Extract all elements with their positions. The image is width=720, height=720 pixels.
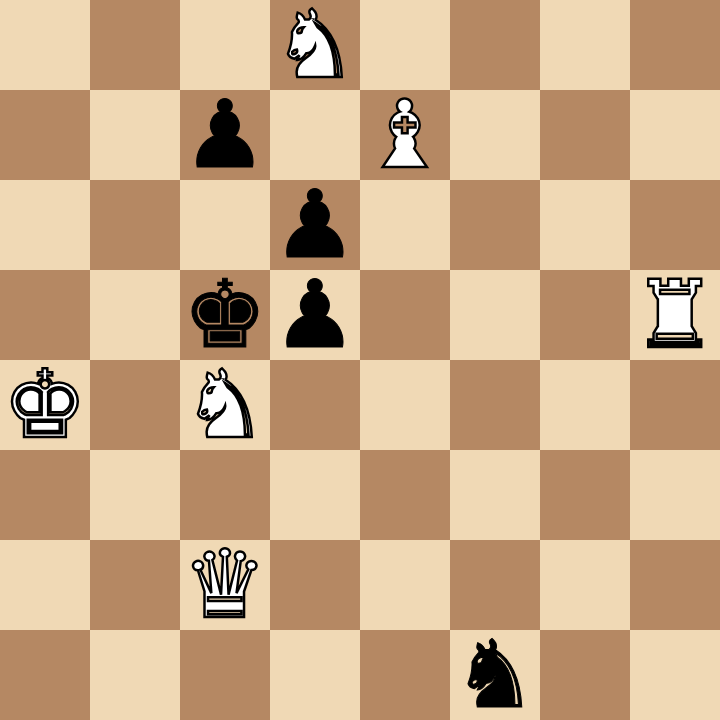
square-e3[interactable] [360, 450, 450, 540]
square-f3[interactable] [450, 450, 540, 540]
white-knight[interactable]: ♞ [183, 358, 267, 452]
square-c5[interactable]: ♚ [180, 270, 270, 360]
square-b4[interactable] [90, 360, 180, 450]
black-pawn[interactable]: ♟ [273, 268, 357, 362]
square-c3[interactable] [180, 450, 270, 540]
black-pawn[interactable]: ♟ [273, 178, 357, 272]
square-h1[interactable] [630, 630, 720, 720]
square-c2[interactable]: ♛ [180, 540, 270, 630]
square-g2[interactable] [540, 540, 630, 630]
square-d2[interactable] [270, 540, 360, 630]
square-c7[interactable]: ♟ [180, 90, 270, 180]
square-g6[interactable] [540, 180, 630, 270]
square-e7[interactable]: ♝ [360, 90, 450, 180]
square-a2[interactable] [0, 540, 90, 630]
square-e5[interactable] [360, 270, 450, 360]
square-f1[interactable]: ♞ [450, 630, 540, 720]
square-e2[interactable] [360, 540, 450, 630]
square-d5[interactable]: ♟ [270, 270, 360, 360]
square-a1[interactable] [0, 630, 90, 720]
chess-board: ♞♟♝♟♚♟♜♚♞♛♞ [0, 0, 720, 720]
square-g5[interactable] [540, 270, 630, 360]
square-d1[interactable] [270, 630, 360, 720]
square-d6[interactable]: ♟ [270, 180, 360, 270]
square-f5[interactable] [450, 270, 540, 360]
square-g8[interactable] [540, 0, 630, 90]
black-knight[interactable]: ♞ [453, 628, 537, 720]
square-e1[interactable] [360, 630, 450, 720]
white-rook[interactable]: ♜ [633, 268, 717, 362]
square-e8[interactable] [360, 0, 450, 90]
square-b8[interactable] [90, 0, 180, 90]
square-b6[interactable] [90, 180, 180, 270]
square-f2[interactable] [450, 540, 540, 630]
square-c6[interactable] [180, 180, 270, 270]
square-d3[interactable] [270, 450, 360, 540]
square-a7[interactable] [0, 90, 90, 180]
black-pawn[interactable]: ♟ [183, 88, 267, 182]
square-b2[interactable] [90, 540, 180, 630]
square-a4[interactable]: ♚ [0, 360, 90, 450]
square-h3[interactable] [630, 450, 720, 540]
square-h7[interactable] [630, 90, 720, 180]
square-a5[interactable] [0, 270, 90, 360]
square-d7[interactable] [270, 90, 360, 180]
square-a3[interactable] [0, 450, 90, 540]
square-f4[interactable] [450, 360, 540, 450]
black-king[interactable]: ♚ [183, 268, 267, 362]
square-f7[interactable] [450, 90, 540, 180]
square-f6[interactable] [450, 180, 540, 270]
square-b5[interactable] [90, 270, 180, 360]
white-bishop[interactable]: ♝ [363, 88, 447, 182]
square-g1[interactable] [540, 630, 630, 720]
square-c8[interactable] [180, 0, 270, 90]
square-b3[interactable] [90, 450, 180, 540]
square-h4[interactable] [630, 360, 720, 450]
white-queen[interactable]: ♛ [183, 538, 267, 632]
square-a6[interactable] [0, 180, 90, 270]
square-g4[interactable] [540, 360, 630, 450]
square-d4[interactable] [270, 360, 360, 450]
square-f8[interactable] [450, 0, 540, 90]
square-c1[interactable] [180, 630, 270, 720]
square-g7[interactable] [540, 90, 630, 180]
white-knight[interactable]: ♞ [273, 0, 357, 92]
square-d8[interactable]: ♞ [270, 0, 360, 90]
square-b1[interactable] [90, 630, 180, 720]
square-a8[interactable] [0, 0, 90, 90]
square-b7[interactable] [90, 90, 180, 180]
square-e6[interactable] [360, 180, 450, 270]
square-h5[interactable]: ♜ [630, 270, 720, 360]
square-c4[interactable]: ♞ [180, 360, 270, 450]
white-king[interactable]: ♚ [3, 358, 87, 452]
square-g3[interactable] [540, 450, 630, 540]
square-h8[interactable] [630, 0, 720, 90]
square-h2[interactable] [630, 540, 720, 630]
square-h6[interactable] [630, 180, 720, 270]
square-e4[interactable] [360, 360, 450, 450]
